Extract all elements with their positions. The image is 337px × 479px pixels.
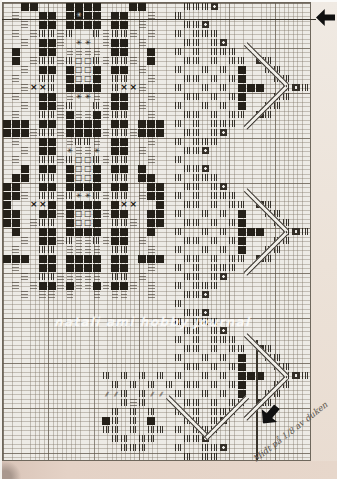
stitch-cell [183, 164, 192, 173]
empty-cell [138, 137, 147, 146]
stitch-cell [192, 38, 201, 47]
empty-cell [120, 452, 129, 461]
stitch-cell [11, 128, 20, 137]
stitch-cell [156, 209, 165, 218]
stitch-cell [11, 110, 20, 119]
stitch-cell: × [129, 83, 138, 92]
stitch-cell [29, 56, 38, 65]
stitch-cell [147, 209, 156, 218]
stitch-cell [147, 434, 156, 443]
empty-cell [20, 335, 29, 344]
empty-cell [292, 299, 301, 308]
empty-cell [301, 272, 310, 281]
stitch-cell: □ [83, 65, 92, 74]
empty-cell [264, 317, 273, 326]
empty-cell [174, 74, 183, 83]
empty-cell [201, 47, 210, 56]
stitch-cell [111, 101, 120, 110]
empty-cell [282, 272, 291, 281]
empty-cell [147, 335, 156, 344]
empty-cell [292, 164, 301, 173]
stitch-cell [183, 398, 192, 407]
empty-cell [129, 452, 138, 461]
empty-cell [2, 362, 11, 371]
empty-cell [183, 263, 192, 272]
empty-cell [11, 146, 20, 155]
stitch-cell [147, 407, 156, 416]
empty-cell [156, 416, 165, 425]
empty-cell [20, 56, 29, 65]
stitch-cell [11, 281, 20, 290]
empty-cell [65, 407, 74, 416]
empty-cell [138, 335, 147, 344]
empty-cell [219, 92, 228, 101]
empty-cell [201, 416, 210, 425]
empty-cell [219, 20, 228, 29]
stitch-cell [201, 209, 210, 218]
stitch-cell: × [29, 83, 38, 92]
stitch-cell [65, 47, 74, 56]
stitch-cell [192, 128, 201, 137]
stitch-cell [192, 281, 201, 290]
stitch-cell [111, 182, 120, 191]
empty-cell [292, 326, 301, 335]
stitch-cell [147, 119, 156, 128]
empty-cell [11, 299, 20, 308]
empty-cell [246, 218, 255, 227]
stitch-cell [92, 101, 101, 110]
empty-cell [292, 407, 301, 416]
empty-cell [138, 218, 147, 227]
empty-cell [11, 452, 20, 461]
stitch-cell: ✳ [74, 38, 83, 47]
empty-cell [201, 56, 210, 65]
stitch-cell [174, 281, 183, 290]
empty-cell [29, 227, 38, 236]
stitch-cell [228, 218, 237, 227]
empty-cell [56, 227, 65, 236]
empty-cell [2, 389, 11, 398]
stitch-cell [83, 128, 92, 137]
empty-cell [282, 281, 291, 290]
stitch-cell [47, 137, 56, 146]
empty-cell [192, 83, 201, 92]
empty-cell [282, 407, 291, 416]
empty-cell [246, 443, 255, 452]
empty-cell [282, 119, 291, 128]
empty-cell [138, 245, 147, 254]
stitch-cell [74, 128, 83, 137]
stitch-cell [92, 29, 101, 38]
stitch-cell [156, 182, 165, 191]
empty-cell [246, 65, 255, 74]
stitch-cell: ✳ [74, 191, 83, 200]
stitch-cell [111, 155, 120, 164]
empty-cell [273, 452, 282, 461]
stitch-cell [47, 281, 56, 290]
empty-cell [29, 353, 38, 362]
empty-cell [301, 92, 310, 101]
empty-cell [56, 380, 65, 389]
empty-cell [292, 236, 301, 245]
stitch-cell [129, 416, 138, 425]
stitch-cell [210, 272, 219, 281]
empty-cell [102, 2, 111, 11]
empty-cell [2, 110, 11, 119]
empty-cell [129, 209, 138, 218]
empty-cell [38, 2, 47, 11]
empty-cell [83, 344, 92, 353]
stitch-cell [111, 272, 120, 281]
empty-cell [273, 110, 282, 119]
stitch-cell [192, 47, 201, 56]
stitch-cell [83, 110, 92, 119]
empty-cell [301, 155, 310, 164]
empty-cell [264, 335, 273, 344]
stitch-cell [74, 263, 83, 272]
empty-cell [129, 191, 138, 200]
scan-edge-left [0, 0, 2, 479]
empty-cell [246, 434, 255, 443]
stitch-cell [228, 380, 237, 389]
empty-cell [74, 299, 83, 308]
empty-cell [20, 317, 29, 326]
stitch-cell [183, 362, 192, 371]
empty-cell [301, 236, 310, 245]
stitch-cell [92, 182, 101, 191]
empty-cell [174, 200, 183, 209]
empty-cell [56, 335, 65, 344]
stitch-cell [111, 254, 120, 263]
stitch-cell [183, 380, 192, 389]
stitch-cell [138, 146, 147, 155]
stitch-cell [147, 110, 156, 119]
empty-cell [282, 137, 291, 146]
empty-cell [165, 371, 174, 380]
empty-cell [147, 164, 156, 173]
empty-cell [129, 164, 138, 173]
empty-cell [292, 137, 301, 146]
empty-cell [201, 362, 210, 371]
empty-cell [129, 110, 138, 119]
empty-cell [102, 398, 111, 407]
stitch-cell [174, 227, 183, 236]
empty-cell [228, 353, 237, 362]
stitch-cell [11, 209, 20, 218]
stitch-cell [47, 74, 56, 83]
empty-cell [20, 443, 29, 452]
stitch-cell [183, 92, 192, 101]
empty-cell [282, 47, 291, 56]
empty-cell [201, 74, 210, 83]
stitch-cell [219, 263, 228, 272]
empty-cell [11, 38, 20, 47]
empty-cell [47, 380, 56, 389]
empty-cell [273, 263, 282, 272]
empty-cell [165, 254, 174, 263]
empty-cell [282, 335, 291, 344]
stitch-cell [129, 398, 138, 407]
empty-cell [56, 353, 65, 362]
stitch-cell [11, 218, 20, 227]
stitch-cell [138, 398, 147, 407]
stitch-cell [38, 209, 47, 218]
empty-cell [56, 254, 65, 263]
stitch-cell [228, 263, 237, 272]
empty-cell [201, 335, 210, 344]
stitch-cell [83, 281, 92, 290]
stitch-cell [56, 209, 65, 218]
stitch-cell [111, 119, 120, 128]
empty-cell [210, 20, 219, 29]
empty-cell [183, 191, 192, 200]
empty-cell [29, 92, 38, 101]
empty-cell [301, 398, 310, 407]
empty-cell [228, 83, 237, 92]
stitch-cell [47, 218, 56, 227]
empty-cell [102, 245, 111, 254]
stitch-cell [65, 137, 74, 146]
empty-cell [183, 47, 192, 56]
stitch-cell [183, 254, 192, 263]
empty-cell [228, 299, 237, 308]
stitch-cell [219, 335, 228, 344]
stitch-cell [83, 2, 92, 11]
stitch-cell [138, 164, 147, 173]
empty-cell [273, 290, 282, 299]
empty-cell [102, 65, 111, 74]
stitch-cell [228, 200, 237, 209]
stitch-cell [156, 128, 165, 137]
stitch-cell [192, 290, 201, 299]
empty-cell [301, 29, 310, 38]
stitch-cell [111, 380, 120, 389]
empty-cell [102, 407, 111, 416]
empty-cell [56, 146, 65, 155]
stitch-cell [83, 236, 92, 245]
stitch-cell [65, 254, 74, 263]
empty-cell [2, 434, 11, 443]
stitch-cell [192, 335, 201, 344]
stitch-cell [65, 110, 74, 119]
empty-cell [219, 452, 228, 461]
empty-cell [56, 389, 65, 398]
empty-cell [20, 389, 29, 398]
stitch-cell [11, 245, 20, 254]
empty-cell [237, 443, 246, 452]
stitch-cell [29, 281, 38, 290]
empty-cell [138, 281, 147, 290]
empty-cell [255, 173, 264, 182]
stitch-cell [65, 191, 74, 200]
empty-cell [156, 344, 165, 353]
empty-cell [156, 146, 165, 155]
empty-cell [165, 272, 174, 281]
empty-cell [228, 29, 237, 38]
empty-cell [156, 20, 165, 29]
stitch-cell [20, 20, 29, 29]
stitch-cell [38, 137, 47, 146]
empty-cell [301, 209, 310, 218]
empty-cell [38, 344, 47, 353]
stitch-cell [138, 119, 147, 128]
stitch-cell [201, 227, 210, 236]
stitch-cell [183, 110, 192, 119]
empty-cell [255, 20, 264, 29]
stitch-cell [111, 218, 120, 227]
empty-cell [183, 137, 192, 146]
empty-cell [29, 443, 38, 452]
stitch-cell [201, 2, 210, 11]
stitch-cell: ✳ [83, 38, 92, 47]
stitch-cell [47, 155, 56, 164]
stitch-cell [111, 236, 120, 245]
empty-cell [129, 353, 138, 362]
empty-cell [65, 416, 74, 425]
empty-cell [165, 236, 174, 245]
stitch-cell [102, 209, 111, 218]
stitch-cell [201, 101, 210, 110]
stitch-cell [38, 281, 47, 290]
empty-cell [47, 362, 56, 371]
empty-cell [301, 434, 310, 443]
empty-cell [102, 434, 111, 443]
empty-cell [210, 65, 219, 74]
empty-cell [156, 290, 165, 299]
empty-cell [11, 200, 20, 209]
empty-cell [56, 173, 65, 182]
empty-cell [228, 227, 237, 236]
empty-cell [47, 425, 56, 434]
empty-cell [246, 173, 255, 182]
empty-cell [111, 344, 120, 353]
empty-cell [301, 191, 310, 200]
empty-cell [282, 65, 291, 74]
empty-cell [65, 371, 74, 380]
empty-cell [2, 407, 11, 416]
empty-cell [129, 137, 138, 146]
empty-cell [92, 371, 101, 380]
stitch-cell [210, 128, 219, 137]
stitch-cell [38, 74, 47, 83]
empty-cell [56, 83, 65, 92]
empty-cell [246, 236, 255, 245]
empty-cell [165, 137, 174, 146]
empty-cell [156, 173, 165, 182]
empty-cell [138, 380, 147, 389]
empty-cell [11, 434, 20, 443]
stitch-cell [120, 137, 129, 146]
empty-cell [129, 245, 138, 254]
empty-cell [11, 380, 20, 389]
stitch-cell [147, 128, 156, 137]
empty-cell [301, 2, 310, 11]
stitch-cell [228, 47, 237, 56]
empty-cell [165, 218, 174, 227]
stitch-cell [83, 245, 92, 254]
empty-cell [228, 182, 237, 191]
stitch-cell [129, 128, 138, 137]
stitch-cell [192, 218, 201, 227]
empty-cell [183, 65, 192, 74]
empty-cell [301, 74, 310, 83]
stitch-cell [292, 371, 301, 380]
empty-cell [183, 443, 192, 452]
stitch-cell: □ [74, 164, 83, 173]
empty-cell [138, 263, 147, 272]
empty-cell [228, 2, 237, 11]
empty-cell [138, 209, 147, 218]
stitch-cell [138, 65, 147, 74]
stitch-cell [174, 335, 183, 344]
stitch-cell [246, 83, 255, 92]
empty-cell [165, 344, 174, 353]
stitch-cell [38, 65, 47, 74]
empty-cell [165, 65, 174, 74]
stitch-cell [38, 227, 47, 236]
stitch-cell [246, 227, 255, 236]
stitch-cell [11, 137, 20, 146]
empty-cell [292, 398, 301, 407]
empty-cell [147, 452, 156, 461]
empty-cell [29, 263, 38, 272]
empty-cell [83, 353, 92, 362]
stitch-cell [192, 191, 201, 200]
empty-cell [165, 362, 174, 371]
empty-cell [165, 227, 174, 236]
empty-cell [92, 389, 101, 398]
empty-cell [292, 56, 301, 65]
empty-cell [174, 218, 183, 227]
empty-cell [11, 2, 20, 11]
empty-cell [56, 74, 65, 83]
empty-cell [273, 326, 282, 335]
empty-cell [165, 2, 174, 11]
empty-cell [165, 101, 174, 110]
stitch-cell [2, 119, 11, 128]
stitch-cell [47, 83, 56, 92]
empty-cell [38, 299, 47, 308]
empty-cell [20, 407, 29, 416]
empty-cell [292, 47, 301, 56]
stitch-cell [38, 191, 47, 200]
empty-cell [201, 263, 210, 272]
empty-cell [2, 371, 11, 380]
paper-margin-bottom [0, 461, 337, 479]
empty-cell [156, 74, 165, 83]
stitch-cell [111, 425, 120, 434]
empty-cell [228, 101, 237, 110]
stitch-cell [47, 227, 56, 236]
empty-cell [301, 47, 310, 56]
empty-cell [201, 344, 210, 353]
empty-cell [301, 263, 310, 272]
empty-cell [228, 389, 237, 398]
empty-cell [264, 128, 273, 137]
empty-cell [111, 443, 120, 452]
empty-cell [147, 146, 156, 155]
empty-cell [219, 236, 228, 245]
stitch-cell: × [120, 83, 129, 92]
stitch-cell [120, 119, 129, 128]
empty-cell [174, 434, 183, 443]
stitch-cell [301, 83, 310, 92]
empty-cell [301, 353, 310, 362]
stitch-cell [92, 110, 101, 119]
empty-cell [38, 371, 47, 380]
empty-cell [219, 218, 228, 227]
stitch-cell [47, 20, 56, 29]
